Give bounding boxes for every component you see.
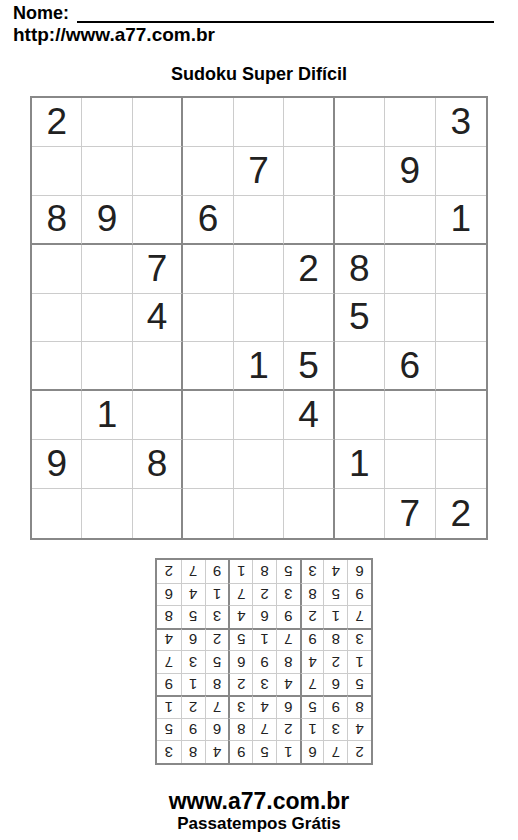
solution-cell-r6c5: 1 <box>252 628 276 651</box>
solution-cell-r1c7: 4 <box>205 740 229 763</box>
cell-r1c2[interactable] <box>82 98 132 147</box>
solution-cell-r2c8: 9 <box>181 718 205 741</box>
cell-r5c7[interactable]: 5 <box>335 294 385 343</box>
solution-cell-r7c6: 4 <box>228 605 252 628</box>
cell-r1c6[interactable] <box>284 98 334 147</box>
cell-r3c4[interactable]: 6 <box>183 196 233 245</box>
cell-r3c6[interactable] <box>284 196 334 245</box>
footer-site-url: www.a77.com.br <box>0 789 518 813</box>
page-header: Nome: http://www.a77.com.br <box>13 3 494 46</box>
solution-cell-r3c1: 8 <box>347 695 371 718</box>
solution-cell-r5c9: 7 <box>157 650 181 673</box>
cell-r3c1[interactable]: 8 <box>32 196 82 245</box>
solution-cell-r6c8: 6 <box>181 628 205 651</box>
cell-r2c1[interactable] <box>32 147 82 196</box>
solution-cell-r1c1: 2 <box>347 740 371 763</box>
cell-r8c5[interactable] <box>234 440 284 489</box>
solution-cell-r8c8: 4 <box>181 583 205 606</box>
solution-cell-r1c9: 3 <box>157 740 181 763</box>
name-row: Nome: <box>13 3 494 23</box>
solution-cell-r3c8: 2 <box>181 695 205 718</box>
cell-r5c6[interactable] <box>284 294 334 343</box>
solution-cell-r9c4: 5 <box>276 560 300 583</box>
solution-cell-r3c5: 4 <box>252 695 276 718</box>
cell-r9c4[interactable] <box>183 489 233 538</box>
cell-r4c1[interactable] <box>32 245 82 294</box>
solution-cell-r3c4: 6 <box>276 695 300 718</box>
cell-r8c6[interactable] <box>284 440 334 489</box>
solution-cell-r6c3: 9 <box>300 628 324 651</box>
solution-cell-r1c4: 1 <box>276 740 300 763</box>
solution-cell-r4c5: 3 <box>252 673 276 696</box>
solution-cell-r7c9: 8 <box>157 605 181 628</box>
solution-cell-r3c2: 9 <box>323 695 347 718</box>
solution-cell-r2c4: 2 <box>276 718 300 741</box>
cell-r2c8[interactable]: 9 <box>385 147 435 196</box>
cell-r9c7[interactable] <box>335 489 385 538</box>
solution-cell-r7c7: 3 <box>205 605 229 628</box>
solution-cell-r9c1: 6 <box>347 560 371 583</box>
cell-r9c6[interactable] <box>284 489 334 538</box>
cell-r4c6[interactable]: 2 <box>284 245 334 294</box>
solution-cell-r4c6: 2 <box>228 673 252 696</box>
solution-cell-r5c7: 5 <box>205 650 229 673</box>
sudoku-print-page: Nome: http://www.a77.com.br Sudoku Super… <box>0 0 518 840</box>
cell-r6c5[interactable]: 1 <box>234 342 284 391</box>
cell-r9c3[interactable] <box>133 489 183 538</box>
cell-r9c9[interactable]: 2 <box>436 489 486 538</box>
solution-cell-r3c9: 1 <box>157 695 181 718</box>
cell-r8c4[interactable] <box>183 440 233 489</box>
solution-cell-r7c4: 9 <box>276 605 300 628</box>
cell-r6c7[interactable] <box>335 342 385 391</box>
solution-cell-r2c9: 5 <box>157 718 181 741</box>
solution-cell-r1c2: 7 <box>323 740 347 763</box>
cell-r4c5[interactable] <box>234 245 284 294</box>
cell-r9c1[interactable] <box>32 489 82 538</box>
cell-r6c6[interactable]: 5 <box>284 342 334 391</box>
solution-cell-r9c8: 7 <box>181 560 205 583</box>
solution-cell-r8c9: 6 <box>157 583 181 606</box>
cell-r7c5[interactable] <box>234 391 284 440</box>
solution-cell-r5c5: 9 <box>252 650 276 673</box>
solution-cell-r8c2: 5 <box>323 583 347 606</box>
solution-cell-r5c3: 4 <box>300 650 324 673</box>
solution-cell-r6c9: 4 <box>157 628 181 651</box>
cell-r5c5[interactable] <box>234 294 284 343</box>
cell-r2c9[interactable] <box>436 147 486 196</box>
solution-cell-r8c6: 7 <box>228 583 252 606</box>
cell-r4c7[interactable]: 8 <box>335 245 385 294</box>
solution-cell-r6c2: 8 <box>323 628 347 651</box>
cell-r3c7[interactable] <box>335 196 385 245</box>
solution-cell-r9c2: 4 <box>323 560 347 583</box>
cell-r5c9[interactable] <box>436 294 486 343</box>
cell-r7c2[interactable]: 1 <box>82 391 132 440</box>
solution-cell-r1c6: 9 <box>228 740 252 763</box>
cell-r8c7[interactable]: 1 <box>335 440 385 489</box>
cell-r4c4[interactable] <box>183 245 233 294</box>
cell-r1c1[interactable]: 2 <box>32 98 82 147</box>
cell-r3c5[interactable] <box>234 196 284 245</box>
solution-cell-r4c2: 6 <box>323 673 347 696</box>
solution-cell-r1c5: 5 <box>252 740 276 763</box>
solution-cell-r9c9: 2 <box>157 560 181 583</box>
solution-grid-rotated: 2761594834312786958956437215674328191248… <box>155 558 373 765</box>
cell-r3c3[interactable] <box>133 196 183 245</box>
name-label: Nome: <box>13 3 69 23</box>
cell-r6c4[interactable] <box>183 342 233 391</box>
solution-cell-r8c3: 8 <box>300 583 324 606</box>
site-url-text: http://www.a77.com.br <box>13 24 494 46</box>
solution-cell-r4c4: 4 <box>276 673 300 696</box>
solution-cell-r2c2: 3 <box>323 718 347 741</box>
cell-r2c4[interactable] <box>183 147 233 196</box>
solution-cell-r8c1: 9 <box>347 583 371 606</box>
page-footer: www.a77.com.br Passatempos Grátis <box>0 789 518 834</box>
solution-cell-r6c1: 3 <box>347 628 371 651</box>
cell-r7c3[interactable] <box>133 391 183 440</box>
solution-cell-r1c3: 6 <box>300 740 324 763</box>
solution-cell-r2c3: 1 <box>300 718 324 741</box>
cell-r4c2[interactable] <box>82 245 132 294</box>
cell-r5c4[interactable] <box>183 294 233 343</box>
solution-cell-r2c6: 8 <box>228 718 252 741</box>
solution-cell-r8c5: 2 <box>252 583 276 606</box>
cell-r8c3[interactable]: 8 <box>133 440 183 489</box>
cell-r4c9[interactable] <box>436 245 486 294</box>
cell-r1c3[interactable] <box>133 98 183 147</box>
solution-cell-r8c4: 3 <box>276 583 300 606</box>
solution-cell-r5c4: 8 <box>276 650 300 673</box>
solution-cell-r9c5: 8 <box>252 560 276 583</box>
solution-cell-r4c9: 9 <box>157 673 181 696</box>
cell-r9c2[interactable] <box>82 489 132 538</box>
cell-r1c4[interactable] <box>183 98 233 147</box>
cell-r5c3[interactable]: 4 <box>133 294 183 343</box>
cell-r7c6[interactable]: 4 <box>284 391 334 440</box>
solution-cell-r2c7: 6 <box>205 718 229 741</box>
name-blank-line <box>77 3 494 23</box>
cell-r1c7[interactable] <box>335 98 385 147</box>
cell-r3c2[interactable]: 9 <box>82 196 132 245</box>
cell-r6c8[interactable]: 6 <box>385 342 435 391</box>
solution-cell-r9c7: 9 <box>205 560 229 583</box>
solution-cell-r7c8: 5 <box>181 605 205 628</box>
solution-cell-r2c5: 7 <box>252 718 276 741</box>
solution-cell-r8c7: 1 <box>205 583 229 606</box>
solution-cell-r9c3: 3 <box>300 560 324 583</box>
cell-r2c5[interactable]: 7 <box>234 147 284 196</box>
cell-r5c1[interactable] <box>32 294 82 343</box>
solution-cell-r5c8: 3 <box>181 650 205 673</box>
solution-cell-r4c1: 5 <box>347 673 371 696</box>
solution-cell-r3c7: 7 <box>205 695 229 718</box>
solution-cell-r3c6: 3 <box>228 695 252 718</box>
solution-cell-r7c3: 2 <box>300 605 324 628</box>
solution-cell-r5c6: 6 <box>228 650 252 673</box>
cell-r3c9[interactable]: 1 <box>436 196 486 245</box>
cell-r1c5[interactable] <box>234 98 284 147</box>
solution-cell-r7c1: 7 <box>347 605 371 628</box>
cell-r6c1[interactable] <box>32 342 82 391</box>
cell-r6c9[interactable] <box>436 342 486 391</box>
sudoku-grid: 23798961728451561498172 <box>30 96 488 540</box>
page-title: Sudoku Super Difícil <box>0 64 518 85</box>
cell-r2c7[interactable] <box>335 147 385 196</box>
footer-tagline: Passatempos Grátis <box>0 814 518 834</box>
solution-cell-r5c1: 1 <box>347 650 371 673</box>
cell-r7c1[interactable] <box>32 391 82 440</box>
solution-cell-r7c2: 1 <box>323 605 347 628</box>
cell-r3c8[interactable] <box>385 196 435 245</box>
solution-cell-r7c5: 6 <box>252 605 276 628</box>
cell-r9c8[interactable]: 7 <box>385 489 435 538</box>
cell-r1c9[interactable]: 3 <box>436 98 486 147</box>
cell-r7c9[interactable] <box>436 391 486 440</box>
cell-r2c3[interactable] <box>133 147 183 196</box>
cell-r7c8[interactable] <box>385 391 435 440</box>
solution-cell-r4c7: 8 <box>205 673 229 696</box>
cell-r8c9[interactable] <box>436 440 486 489</box>
cell-r6c3[interactable] <box>133 342 183 391</box>
cell-r9c5[interactable] <box>234 489 284 538</box>
solution-cell-r4c3: 7 <box>300 673 324 696</box>
solution-cell-r6c7: 2 <box>205 628 229 651</box>
cell-r4c3[interactable]: 7 <box>133 245 183 294</box>
cell-r5c8[interactable] <box>385 294 435 343</box>
solution-cell-r6c6: 5 <box>228 628 252 651</box>
solution-cell-r5c2: 2 <box>323 650 347 673</box>
solution-cell-r2c1: 4 <box>347 718 371 741</box>
cell-r4c8[interactable] <box>385 245 435 294</box>
cell-r8c8[interactable] <box>385 440 435 489</box>
solution-cell-r4c8: 1 <box>181 673 205 696</box>
cell-r2c2[interactable] <box>82 147 132 196</box>
cell-r2c6[interactable] <box>284 147 334 196</box>
cell-r7c4[interactable] <box>183 391 233 440</box>
cell-r8c2[interactable] <box>82 440 132 489</box>
solution-cell-r6c4: 7 <box>276 628 300 651</box>
solution-cell-r1c8: 8 <box>181 740 205 763</box>
cell-r7c7[interactable] <box>335 391 385 440</box>
cell-r8c1[interactable]: 9 <box>32 440 82 489</box>
cell-r5c2[interactable] <box>82 294 132 343</box>
solution-cell-r9c6: 1 <box>228 560 252 583</box>
cell-r6c2[interactable] <box>82 342 132 391</box>
cell-r1c8[interactable] <box>385 98 435 147</box>
solution-cell-r3c3: 5 <box>300 695 324 718</box>
